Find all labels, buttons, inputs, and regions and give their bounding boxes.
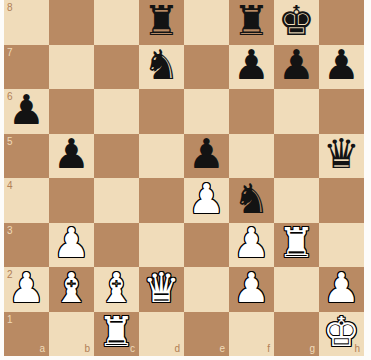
piece-white-pawn-f3[interactable]: ♟ — [233, 223, 270, 264]
square-b6[interactable] — [49, 89, 94, 134]
square-d3[interactable] — [139, 223, 184, 268]
square-b4[interactable] — [49, 178, 94, 223]
piece-black-rook-d8[interactable]: ♜ — [143, 1, 180, 42]
piece-black-pawn-b5[interactable]: ♟ — [53, 134, 90, 175]
piece-white-pawn-f2[interactable]: ♟ — [233, 268, 270, 309]
chess-board-page: 8♜♜♚7♞♟♟♟6♟5♟♟♛4♟♞3♟♟♜2♟♝♝♛♟♟1abc♜defgh♚ — [0, 0, 371, 360]
square-g1[interactable]: g — [274, 312, 319, 357]
square-g3[interactable]: ♜ — [274, 223, 319, 268]
square-a7[interactable]: 7 — [4, 45, 49, 90]
square-e4[interactable]: ♟ — [184, 178, 229, 223]
piece-white-bishop-c2[interactable]: ♝ — [98, 268, 135, 309]
file-label-a: a — [39, 344, 45, 354]
piece-white-queen-d2[interactable]: ♛ — [143, 268, 180, 309]
square-h5[interactable]: ♛ — [319, 134, 364, 179]
square-e1[interactable]: e — [184, 312, 229, 357]
piece-white-pawn-b3[interactable]: ♟ — [53, 223, 90, 264]
square-f5[interactable] — [229, 134, 274, 179]
square-b1[interactable]: b — [49, 312, 94, 357]
piece-black-pawn-a6[interactable]: ♟ — [8, 90, 45, 131]
square-e7[interactable] — [184, 45, 229, 90]
square-a5[interactable]: 5 — [4, 134, 49, 179]
rank-label-3: 3 — [7, 226, 13, 236]
square-g4[interactable] — [274, 178, 319, 223]
square-h2[interactable]: ♟ — [319, 267, 364, 312]
file-label-d: d — [174, 344, 180, 354]
square-e3[interactable] — [184, 223, 229, 268]
square-c4[interactable] — [94, 178, 139, 223]
square-b3[interactable]: ♟ — [49, 223, 94, 268]
piece-black-pawn-h7[interactable]: ♟ — [323, 45, 360, 86]
rank-label-5: 5 — [7, 137, 13, 147]
piece-white-king-h1[interactable]: ♚ — [323, 312, 360, 353]
square-c7[interactable] — [94, 45, 139, 90]
file-label-f: f — [267, 344, 270, 354]
square-e6[interactable] — [184, 89, 229, 134]
square-h7[interactable]: ♟ — [319, 45, 364, 90]
square-h3[interactable] — [319, 223, 364, 268]
square-g2[interactable] — [274, 267, 319, 312]
piece-black-queen-h5[interactable]: ♛ — [323, 134, 360, 175]
square-e8[interactable] — [184, 0, 229, 45]
square-d6[interactable] — [139, 89, 184, 134]
square-b7[interactable] — [49, 45, 94, 90]
square-h8[interactable] — [319, 0, 364, 45]
piece-white-bishop-b2[interactable]: ♝ — [53, 268, 90, 309]
square-h6[interactable] — [319, 89, 364, 134]
square-a4[interactable]: 4 — [4, 178, 49, 223]
square-h4[interactable] — [319, 178, 364, 223]
piece-white-rook-c1[interactable]: ♜ — [98, 312, 135, 353]
piece-black-pawn-g7[interactable]: ♟ — [278, 45, 315, 86]
piece-white-pawn-h2[interactable]: ♟ — [323, 268, 360, 309]
rank-label-8: 8 — [7, 3, 13, 13]
rank-label-1: 1 — [7, 315, 13, 325]
square-c1[interactable]: c♜ — [94, 312, 139, 357]
square-d5[interactable] — [139, 134, 184, 179]
square-h1[interactable]: h♚ — [319, 312, 364, 357]
square-b8[interactable] — [49, 0, 94, 45]
square-f2[interactable]: ♟ — [229, 267, 274, 312]
square-f8[interactable]: ♜ — [229, 0, 274, 45]
square-f7[interactable]: ♟ — [229, 45, 274, 90]
square-d7[interactable]: ♞ — [139, 45, 184, 90]
rank-label-7: 7 — [7, 48, 13, 58]
square-a8[interactable]: 8 — [4, 0, 49, 45]
square-a2[interactable]: 2♟ — [4, 267, 49, 312]
file-label-g: g — [309, 344, 315, 354]
piece-black-knight-d7[interactable]: ♞ — [143, 45, 180, 86]
square-c5[interactable] — [94, 134, 139, 179]
piece-black-pawn-f7[interactable]: ♟ — [233, 45, 270, 86]
square-b5[interactable]: ♟ — [49, 134, 94, 179]
piece-black-pawn-e5[interactable]: ♟ — [188, 134, 225, 175]
square-e5[interactable]: ♟ — [184, 134, 229, 179]
square-a3[interactable]: 3 — [4, 223, 49, 268]
chess-board: 8♜♜♚7♞♟♟♟6♟5♟♟♛4♟♞3♟♟♜2♟♝♝♛♟♟1abc♜defgh♚ — [4, 0, 364, 356]
square-f1[interactable]: f — [229, 312, 274, 357]
square-c8[interactable] — [94, 0, 139, 45]
square-g8[interactable]: ♚ — [274, 0, 319, 45]
square-b2[interactable]: ♝ — [49, 267, 94, 312]
square-g7[interactable]: ♟ — [274, 45, 319, 90]
square-c3[interactable] — [94, 223, 139, 268]
piece-white-pawn-a2[interactable]: ♟ — [8, 268, 45, 309]
square-c6[interactable] — [94, 89, 139, 134]
square-f3[interactable]: ♟ — [229, 223, 274, 268]
square-f4[interactable]: ♞ — [229, 178, 274, 223]
square-c2[interactable]: ♝ — [94, 267, 139, 312]
piece-black-rook-f8[interactable]: ♜ — [233, 1, 270, 42]
square-d2[interactable]: ♛ — [139, 267, 184, 312]
square-d4[interactable] — [139, 178, 184, 223]
rank-label-4: 4 — [7, 181, 13, 191]
piece-white-rook-g3[interactable]: ♜ — [278, 223, 315, 264]
square-d8[interactable]: ♜ — [139, 0, 184, 45]
square-g6[interactable] — [274, 89, 319, 134]
piece-white-pawn-e4[interactable]: ♟ — [188, 179, 225, 220]
file-label-e: e — [219, 344, 225, 354]
square-a6[interactable]: 6♟ — [4, 89, 49, 134]
square-f6[interactable] — [229, 89, 274, 134]
square-g5[interactable] — [274, 134, 319, 179]
square-e2[interactable] — [184, 267, 229, 312]
piece-black-knight-f4[interactable]: ♞ — [233, 179, 270, 220]
square-a1[interactable]: 1a — [4, 312, 49, 357]
file-label-b: b — [84, 344, 90, 354]
square-d1[interactable]: d — [139, 312, 184, 357]
piece-black-king-g8[interactable]: ♚ — [278, 1, 315, 42]
